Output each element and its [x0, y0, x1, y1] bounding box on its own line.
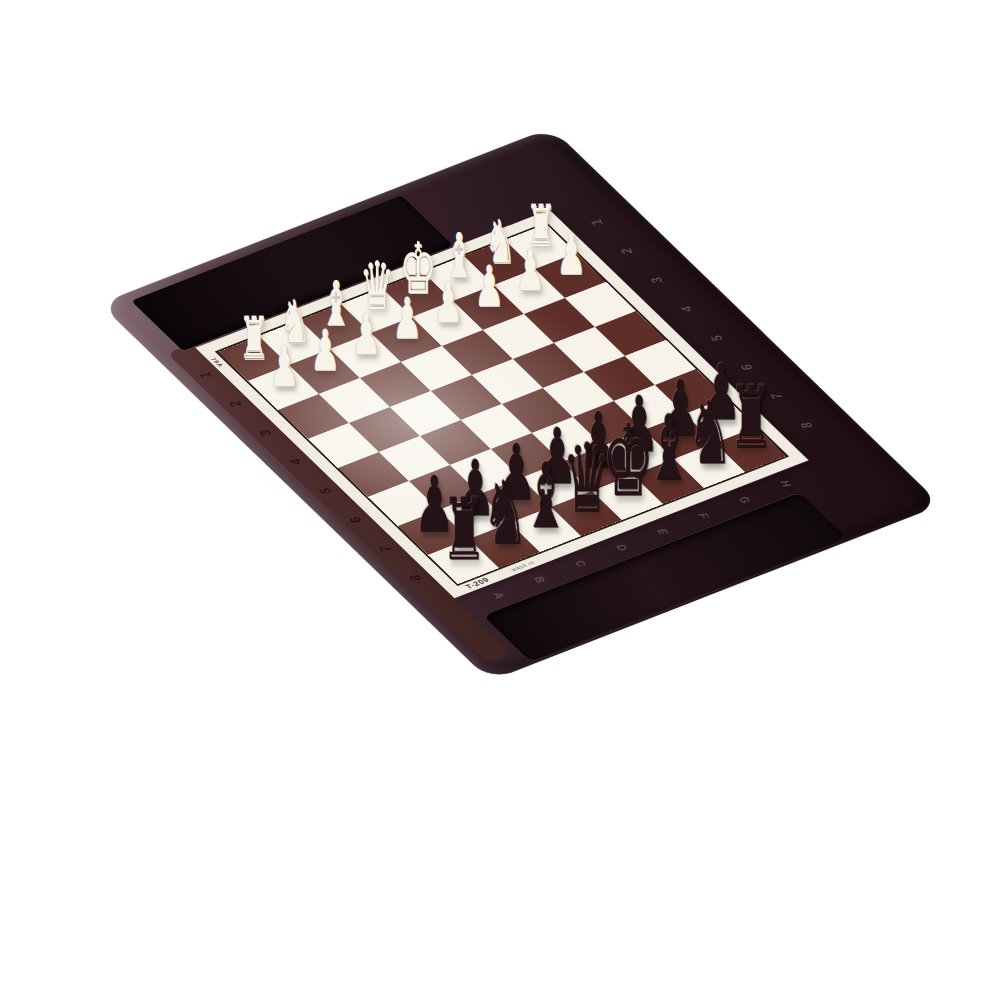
product-photo: 78A T-209 MADE IN 1122334455667788ABCDEF… — [0, 0, 1000, 1000]
